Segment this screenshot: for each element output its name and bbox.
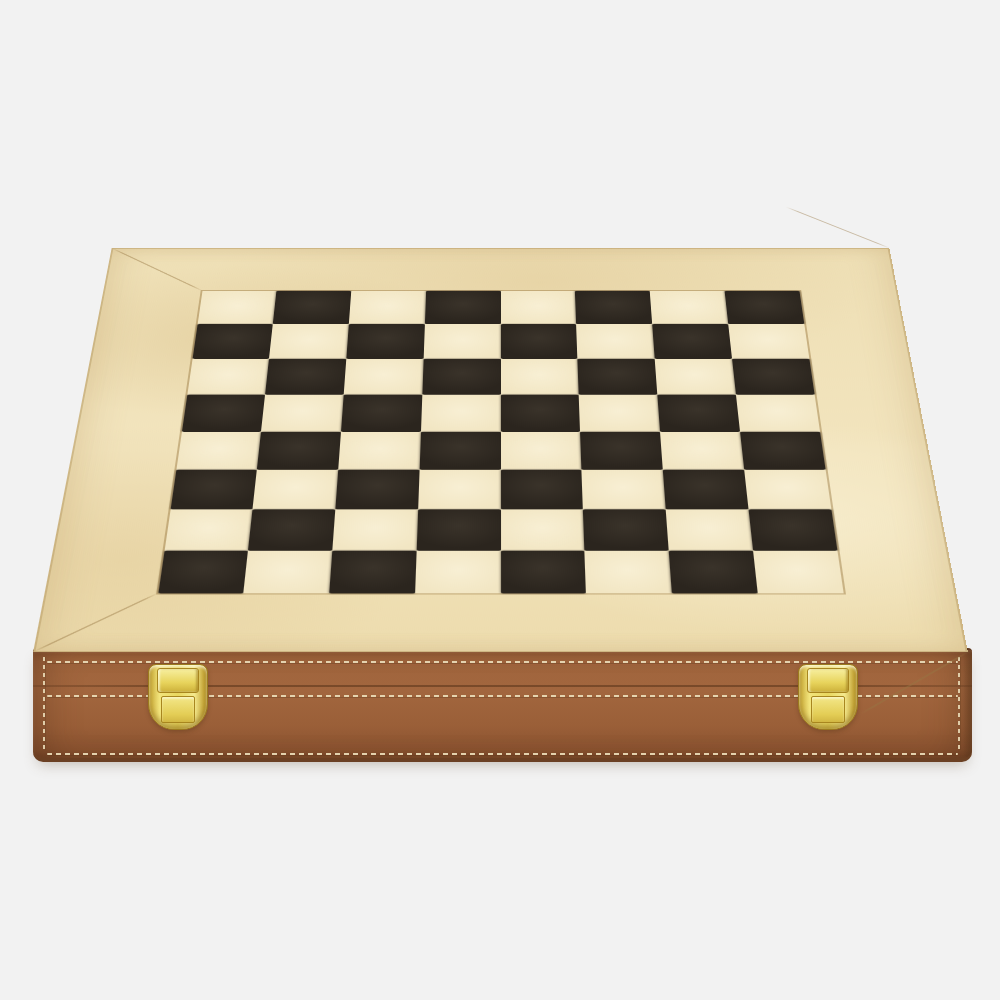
square-c3	[335, 470, 419, 510]
square-g3	[662, 470, 747, 510]
square-f2	[583, 509, 669, 550]
square-a5	[181, 395, 265, 432]
square-e1	[500, 551, 586, 594]
square-c8	[348, 291, 425, 324]
square-g2	[665, 509, 752, 550]
square-h7	[727, 324, 808, 359]
square-d2	[416, 509, 500, 550]
square-b6	[265, 359, 346, 395]
square-a2	[164, 509, 253, 550]
square-b4	[257, 432, 341, 470]
square-d6	[422, 359, 500, 395]
square-e2	[500, 509, 584, 550]
square-e8	[500, 291, 576, 324]
lid-stitch-row	[47, 661, 958, 663]
square-g4	[660, 432, 744, 470]
square-f6	[577, 359, 657, 395]
square-a8	[197, 291, 276, 324]
square-h1	[752, 551, 842, 594]
square-h2	[748, 509, 837, 550]
square-f7	[576, 324, 654, 359]
square-d3	[417, 470, 500, 510]
square-f5	[578, 395, 659, 432]
square-g6	[654, 359, 735, 395]
square-h4	[739, 432, 824, 470]
square-d5	[420, 395, 500, 432]
chessboard-grid	[157, 291, 842, 593]
square-h8	[724, 291, 803, 324]
square-a3	[170, 470, 257, 510]
square-a4	[175, 432, 260, 470]
square-b2	[248, 509, 335, 550]
board-top-surface	[33, 248, 968, 652]
border-miter-seam-top-right	[785, 207, 889, 249]
square-g8	[649, 291, 727, 324]
square-g7	[652, 324, 732, 359]
right-corner-stitch	[958, 657, 960, 750]
square-a6	[186, 359, 268, 395]
left-corner-stitch	[43, 657, 45, 750]
square-c5	[341, 395, 422, 432]
square-b1	[243, 551, 332, 594]
square-d4	[419, 432, 500, 470]
square-f3	[581, 470, 665, 510]
square-d8	[424, 291, 500, 324]
square-f4	[580, 432, 663, 470]
border-miter-seam-top-left	[110, 248, 202, 291]
square-e3	[500, 470, 583, 510]
square-e7	[500, 324, 577, 359]
case-right-side-face	[963, 650, 972, 758]
square-b7	[269, 324, 349, 359]
square-e4	[500, 432, 581, 470]
square-d1	[414, 551, 500, 594]
square-g1	[668, 551, 757, 594]
square-h3	[743, 470, 830, 510]
latch-left	[148, 664, 208, 730]
square-e5	[500, 395, 580, 432]
body-bottom-stitch-row	[47, 753, 958, 755]
square-e6	[500, 359, 578, 395]
square-c2	[332, 509, 418, 550]
square-h5	[735, 395, 819, 432]
square-c4	[338, 432, 421, 470]
square-d7	[423, 324, 500, 359]
square-b3	[252, 470, 337, 510]
square-a7	[192, 324, 273, 359]
square-f8	[575, 291, 652, 324]
product-photo-scene	[0, 0, 1000, 1000]
square-b5	[261, 395, 343, 432]
square-b8	[273, 291, 351, 324]
border-miter-seam-bottom-left	[32, 592, 159, 652]
square-a1	[157, 551, 247, 594]
square-f1	[584, 551, 671, 594]
square-h6	[731, 359, 813, 395]
square-c1	[329, 551, 416, 594]
square-c7	[346, 324, 424, 359]
square-g5	[657, 395, 739, 432]
square-c6	[343, 359, 423, 395]
latch-right	[798, 664, 858, 730]
leather-case-front	[33, 648, 972, 762]
